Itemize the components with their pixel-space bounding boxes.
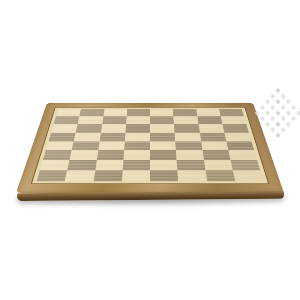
square-h5 xyxy=(224,133,251,142)
square-g5 xyxy=(199,133,226,142)
square-c5 xyxy=(99,133,125,142)
square-g6 xyxy=(198,124,224,132)
square-e2 xyxy=(150,160,178,170)
square-f1 xyxy=(178,170,207,181)
square-a8 xyxy=(56,109,81,117)
square-b6 xyxy=(76,124,102,132)
square-f6 xyxy=(174,124,199,132)
square-a5 xyxy=(49,133,76,142)
square-f7 xyxy=(173,116,198,124)
square-b2 xyxy=(67,160,96,170)
chessboard-top-face xyxy=(16,103,284,193)
square-b5 xyxy=(74,133,101,142)
square-h1 xyxy=(233,170,264,181)
square-e4 xyxy=(150,141,176,150)
square-b4 xyxy=(72,141,99,150)
square-e6 xyxy=(150,124,175,132)
square-b8 xyxy=(80,109,105,117)
square-b3 xyxy=(70,150,98,160)
square-h4 xyxy=(226,141,254,150)
square-d7 xyxy=(126,116,150,124)
square-e7 xyxy=(150,116,174,124)
square-a3 xyxy=(43,150,72,160)
square-c8 xyxy=(103,109,127,117)
square-c2 xyxy=(95,160,123,170)
square-d1 xyxy=(122,170,150,181)
square-f3 xyxy=(176,150,204,160)
square-a1 xyxy=(36,170,67,181)
square-h7 xyxy=(220,116,246,124)
square-c3 xyxy=(96,150,124,160)
board-inlay-line xyxy=(31,107,269,184)
product-photo xyxy=(0,0,300,300)
square-e3 xyxy=(150,150,177,160)
square-e5 xyxy=(150,133,175,142)
board-shadow xyxy=(12,197,288,207)
square-b1 xyxy=(65,170,95,181)
square-g3 xyxy=(202,150,230,160)
square-f8 xyxy=(173,109,197,117)
square-a7 xyxy=(54,116,80,124)
square-d5 xyxy=(125,133,150,142)
square-d2 xyxy=(122,160,150,170)
square-h2 xyxy=(230,160,260,170)
square-g7 xyxy=(197,116,222,124)
square-e8 xyxy=(150,109,173,117)
square-g1 xyxy=(205,170,235,181)
square-g8 xyxy=(196,109,221,117)
square-g2 xyxy=(204,160,233,170)
square-c1 xyxy=(93,170,122,181)
square-h6 xyxy=(222,124,249,132)
square-c7 xyxy=(102,116,127,124)
watermark-logo-icon xyxy=(255,87,300,139)
square-d6 xyxy=(125,124,150,132)
square-h8 xyxy=(219,109,244,117)
square-a6 xyxy=(51,124,78,132)
square-h3 xyxy=(228,150,257,160)
square-f2 xyxy=(177,160,205,170)
board-grid xyxy=(36,109,263,182)
square-d3 xyxy=(123,150,150,160)
square-f4 xyxy=(175,141,202,150)
square-f5 xyxy=(175,133,201,142)
square-c4 xyxy=(98,141,125,150)
square-c6 xyxy=(101,124,126,132)
square-d8 xyxy=(127,109,150,117)
square-d4 xyxy=(124,141,150,150)
square-g4 xyxy=(201,141,228,150)
square-a2 xyxy=(40,160,70,170)
square-e1 xyxy=(150,170,178,181)
square-a4 xyxy=(46,141,74,150)
square-b7 xyxy=(78,116,103,124)
